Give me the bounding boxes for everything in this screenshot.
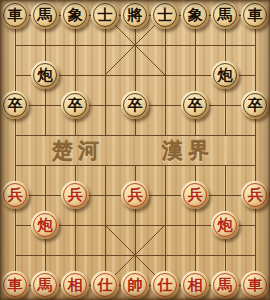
piece-bK-r0c4[interactable]: 將 <box>121 1 149 29</box>
piece-glyph: 相 <box>188 277 203 292</box>
piece-glyph: 兵 <box>8 187 23 202</box>
piece-glyph: 炮 <box>218 67 233 82</box>
piece-rB-r9c2[interactable]: 相 <box>61 271 89 299</box>
piece-rA-r9c3[interactable]: 仕 <box>91 271 119 299</box>
piece-bR-r0c0[interactable]: 車 <box>1 1 29 29</box>
piece-glyph: 仕 <box>158 277 173 292</box>
piece-glyph: 相 <box>68 277 83 292</box>
piece-rR-r9c8[interactable]: 車 <box>241 271 269 299</box>
river-label-chu-he: 楚河 <box>52 140 104 161</box>
piece-glyph: 炮 <box>38 217 53 232</box>
piece-bA-r0c5[interactable]: 士 <box>151 1 179 29</box>
piece-bB-r0c2[interactable]: 象 <box>61 1 89 29</box>
piece-bP-r3c6[interactable]: 卒 <box>181 91 209 119</box>
piece-glyph: 車 <box>248 277 263 292</box>
piece-bP-r3c2[interactable]: 卒 <box>61 91 89 119</box>
piece-bP-r3c8[interactable]: 卒 <box>241 91 269 119</box>
piece-glyph: 卒 <box>68 97 83 112</box>
piece-glyph: 馬 <box>38 277 53 292</box>
piece-rN-r9c1[interactable]: 馬 <box>31 271 59 299</box>
piece-rN-r9c7[interactable]: 馬 <box>211 271 239 299</box>
piece-rC-r7c1[interactable]: 炮 <box>31 211 59 239</box>
piece-rP-r6c8[interactable]: 兵 <box>241 181 269 209</box>
piece-glyph: 兵 <box>68 187 83 202</box>
piece-glyph: 炮 <box>218 217 233 232</box>
piece-bA-r0c3[interactable]: 士 <box>91 1 119 29</box>
xiangqi-board[interactable]: 楚河 漢界 車馬象士將士象馬車炮炮卒卒卒卒卒兵兵兵兵兵炮炮車馬相仕帥仕相馬車 <box>0 0 270 300</box>
piece-glyph: 士 <box>158 7 173 22</box>
piece-rB-r9c6[interactable]: 相 <box>181 271 209 299</box>
piece-glyph: 卒 <box>188 97 203 112</box>
river-label-han-jie: 漢界 <box>162 140 214 161</box>
piece-bB-r0c6[interactable]: 象 <box>181 1 209 29</box>
piece-rR-r9c0[interactable]: 車 <box>1 271 29 299</box>
piece-glyph: 象 <box>188 7 203 22</box>
piece-rA-r9c5[interactable]: 仕 <box>151 271 179 299</box>
piece-rC-r7c7[interactable]: 炮 <box>211 211 239 239</box>
piece-rK-r9c4[interactable]: 帥 <box>121 271 149 299</box>
piece-glyph: 兵 <box>248 187 263 202</box>
piece-glyph: 卒 <box>128 97 143 112</box>
piece-glyph: 車 <box>8 277 23 292</box>
piece-glyph: 馬 <box>218 277 233 292</box>
piece-bC-r2c1[interactable]: 炮 <box>31 61 59 89</box>
piece-bC-r2c7[interactable]: 炮 <box>211 61 239 89</box>
piece-glyph: 炮 <box>38 67 53 82</box>
piece-bP-r3c0[interactable]: 卒 <box>1 91 29 119</box>
piece-rP-r6c6[interactable]: 兵 <box>181 181 209 209</box>
piece-glyph: 馬 <box>38 7 53 22</box>
piece-glyph: 馬 <box>218 7 233 22</box>
board-grid <box>0 0 270 300</box>
piece-glyph: 象 <box>68 7 83 22</box>
piece-glyph: 卒 <box>248 97 263 112</box>
piece-glyph: 車 <box>8 7 23 22</box>
piece-glyph: 兵 <box>128 187 143 202</box>
xiangqi-app: 楚河 漢界 車馬象士將士象馬車炮炮卒卒卒卒卒兵兵兵兵兵炮炮車馬相仕帥仕相馬車 <box>0 0 270 300</box>
piece-rP-r6c2[interactable]: 兵 <box>61 181 89 209</box>
piece-glyph: 士 <box>98 7 113 22</box>
piece-bP-r3c4[interactable]: 卒 <box>121 91 149 119</box>
piece-glyph: 仕 <box>98 277 113 292</box>
piece-rP-r6c4[interactable]: 兵 <box>121 181 149 209</box>
piece-bN-r0c7[interactable]: 馬 <box>211 1 239 29</box>
piece-glyph: 帥 <box>128 277 143 292</box>
piece-rP-r6c0[interactable]: 兵 <box>1 181 29 209</box>
piece-glyph: 兵 <box>188 187 203 202</box>
piece-glyph: 將 <box>128 7 143 22</box>
piece-bN-r0c1[interactable]: 馬 <box>31 1 59 29</box>
piece-bR-r0c8[interactable]: 車 <box>241 1 269 29</box>
piece-glyph: 車 <box>248 7 263 22</box>
piece-glyph: 卒 <box>8 97 23 112</box>
